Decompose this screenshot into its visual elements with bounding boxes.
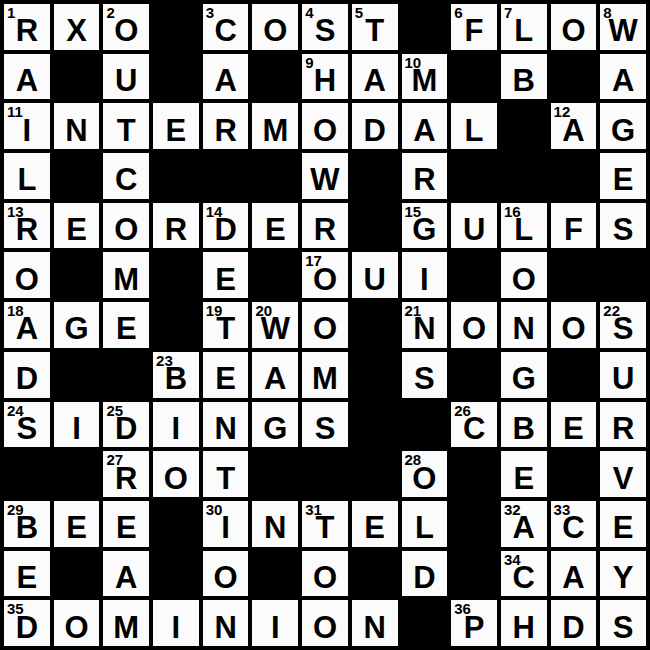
block-cell-r9c5 [250,449,300,499]
cell-letter: W [302,153,348,199]
clue-number: 17 [305,252,322,269]
cell-r7c3[interactable]: 23B [151,350,201,400]
clue-number: 28 [405,451,422,468]
cell-letter: O [252,4,298,50]
cell-r4c1[interactable]: E [52,201,102,251]
clue-number: 25 [106,402,123,419]
cell-letter: E [551,402,597,448]
cell-r4c9[interactable]: U [449,201,499,251]
cell-letter: G [252,402,298,448]
cell-letter: U [600,352,646,398]
cell-r2c11[interactable]: 12A [549,101,599,151]
cell-letter: A [551,551,597,597]
cell-r6c0[interactable]: 18A [2,300,52,350]
cell-letter: I [402,252,448,298]
block-cell-r3c4 [201,151,251,201]
cell-letter: A [402,103,448,149]
cell-letter: O [302,302,348,348]
clue-number: 14 [206,203,223,220]
block-cell-r0c3 [151,2,201,52]
block-cell-r5c12 [598,250,648,300]
cell-letter: O [551,302,597,348]
cell-letter: L [4,153,50,199]
cell-letter: O [103,203,149,249]
cell-letter: T [203,451,249,497]
cell-letter: A [203,54,249,100]
cell-r0c5[interactable]: O [250,2,300,52]
block-cell-r5c1 [52,250,102,300]
cell-letter: R [402,153,448,199]
cell-r12c12[interactable]: S [598,598,648,648]
cell-r4c2[interactable]: O [101,201,151,251]
cell-r7c4[interactable]: E [201,350,251,400]
cell-r1c10[interactable]: B [499,52,549,102]
cell-r9c12[interactable]: V [598,449,648,499]
block-cell-r9c7 [350,449,400,499]
block-cell-r9c1 [52,449,102,499]
cell-letter: M [302,352,348,398]
cell-letter: U [352,252,398,298]
cell-r12c3[interactable]: I [151,598,201,648]
block-cell-r8c7 [350,400,400,450]
cell-r12c9[interactable]: 36P [449,598,499,648]
cell-r10c6[interactable]: 31T [300,499,350,549]
cell-letter: H [501,600,547,646]
cell-r11c12[interactable]: Y [598,549,648,599]
cell-r8c6[interactable]: S [300,400,350,450]
cell-r10c0[interactable]: 29B [2,499,52,549]
cell-letter: O [203,551,249,597]
cell-r6c4[interactable]: 19T [201,300,251,350]
cell-letter: D [551,600,597,646]
cell-letter: N [54,103,100,149]
clue-number: 2 [106,4,114,21]
cell-letter: E [153,103,199,149]
cell-letter: Y [600,551,646,597]
cell-letter: S [600,600,646,646]
cell-r4c3[interactable]: R [151,201,201,251]
cell-r6c5[interactable]: 20W [250,300,300,350]
cell-letter: S [302,402,348,448]
cell-r12c4[interactable]: N [201,598,251,648]
block-cell-r7c9 [449,350,499,400]
cell-r12c1[interactable]: O [52,598,102,648]
cell-letter: A [252,352,298,398]
cell-r1c2[interactable]: U [101,52,151,102]
cell-letter: O [551,4,597,50]
cell-r4c6[interactable]: R [300,201,350,251]
cell-r7c5[interactable]: A [250,350,300,400]
cell-r10c11[interactable]: 33C [549,499,599,549]
cell-r8c11[interactable]: E [549,400,599,450]
block-cell-r11c3 [151,549,201,599]
block-cell-r10c9 [449,499,499,549]
cell-letter: E [54,501,100,547]
block-cell-r9c11 [549,449,599,499]
cell-r8c0[interactable]: 24S [2,400,52,450]
cell-r6c8[interactable]: 21N [400,300,450,350]
cell-letter: A [103,551,149,597]
cell-letter: O [153,451,199,497]
cell-r11c4[interactable]: O [201,549,251,599]
cell-letter: E [501,451,547,497]
block-cell-r1c3 [151,52,201,102]
cell-r6c2[interactable]: E [101,300,151,350]
cell-r5c10[interactable]: O [499,250,549,300]
cell-r0c10[interactable]: 7L [499,2,549,52]
cell-r5c0[interactable]: O [2,250,52,300]
block-cell-r3c7 [350,151,400,201]
cell-r1c6[interactable]: 9H [300,52,350,102]
clue-number: 33 [554,501,571,518]
cell-r12c0[interactable]: 35D [2,598,52,648]
block-cell-r1c11 [549,52,599,102]
clue-number: 9 [305,54,313,71]
clue-number: 6 [454,4,462,21]
clue-number: 19 [206,302,223,319]
cell-r9c4[interactable]: T [201,449,251,499]
clue-number: 16 [504,203,521,220]
cell-r9c2[interactable]: 27R [101,449,151,499]
block-cell-r3c11 [549,151,599,201]
cell-r7c10[interactable]: G [499,350,549,400]
cell-r12c11[interactable]: D [549,598,599,648]
cell-letter: O [302,600,348,646]
cell-letter: E [352,501,398,547]
cell-r1c0[interactable]: A [2,52,52,102]
cell-letter: I [153,600,199,646]
block-cell-r11c1 [52,549,102,599]
clue-number: 31 [305,501,322,518]
cell-r8c1[interactable]: I [52,400,102,450]
cell-letter: L [402,501,448,547]
cell-letter: A [600,54,646,100]
cell-r4c12[interactable]: S [598,201,648,251]
cell-letter: D [352,103,398,149]
cell-letter: M [103,252,149,298]
clue-number: 13 [7,203,24,220]
cell-r0c1[interactable]: X [52,2,102,52]
block-cell-r7c1 [52,350,102,400]
clue-number: 7 [504,4,512,21]
block-cell-r9c0 [2,449,52,499]
cell-r1c12[interactable]: A [598,52,648,102]
cell-r3c12[interactable]: E [598,151,648,201]
cell-letter: D [4,352,50,398]
block-cell-r6c3 [151,300,201,350]
clue-number: 27 [106,451,123,468]
cell-letter: O [4,252,50,298]
block-cell-r3c1 [52,151,102,201]
clue-number: 36 [454,600,471,617]
cell-r0c4[interactable]: 3C [201,2,251,52]
cell-letter: D [402,551,448,597]
cell-r2c5[interactable]: M [250,101,300,151]
cell-r8c3[interactable]: I [151,400,201,450]
clue-number: 22 [603,302,620,319]
cell-letter: R [203,103,249,149]
block-cell-r1c5 [250,52,300,102]
cell-r10c8[interactable]: L [400,499,450,549]
cell-r12c10[interactable]: H [499,598,549,648]
cell-r2c9[interactable]: L [449,101,499,151]
cell-letter: E [103,302,149,348]
cell-letter: T [103,103,149,149]
cell-r0c7[interactable]: 5T [350,2,400,52]
cell-r6c11[interactable]: O [549,300,599,350]
cell-letter: E [4,551,50,597]
cell-r3c0[interactable]: L [2,151,52,201]
clue-number: 20 [255,302,272,319]
cell-letter: E [54,203,100,249]
cell-r1c7[interactable]: A [350,52,400,102]
cell-letter: N [203,600,249,646]
cell-r8c9[interactable]: 26C [449,400,499,450]
cell-r4c4[interactable]: 14D [201,201,251,251]
cell-letter: G [501,352,547,398]
cell-r0c11[interactable]: O [549,2,599,52]
cell-letter: M [103,600,149,646]
cell-r8c2[interactable]: 25D [101,400,151,450]
cell-r5c6[interactable]: 17O [300,250,350,300]
cell-r8c5[interactable]: G [250,400,300,450]
cell-r3c8[interactable]: R [400,151,450,201]
cell-r5c2[interactable]: M [101,250,151,300]
clue-number: 11 [7,103,23,120]
cell-r7c8[interactable]: S [400,350,450,400]
cell-r4c0[interactable]: 13R [2,201,52,251]
block-cell-r0c8 [400,2,450,52]
cell-r5c8[interactable]: I [400,250,450,300]
cell-letter: S [600,203,646,249]
clue-number: 5 [355,4,363,21]
cell-letter: I [153,402,199,448]
block-cell-r10c3 [151,499,201,549]
cell-letter: B [501,54,547,100]
clue-number: 29 [7,501,24,518]
cell-letter: I [252,600,298,646]
cell-r3c6[interactable]: W [300,151,350,201]
cell-r4c11[interactable]: F [549,201,599,251]
cell-r4c5[interactable]: E [250,201,300,251]
cell-r10c5[interactable]: N [250,499,300,549]
clue-number: 30 [206,501,223,518]
cell-letter: R [302,203,348,249]
block-cell-r3c10 [499,151,549,201]
clue-number: 15 [405,203,422,220]
clue-number: 23 [156,352,173,369]
cell-letter: E [203,352,249,398]
cell-r0c12[interactable]: 8W [598,2,648,52]
cell-r1c8[interactable]: 10M [400,52,450,102]
cell-letter: O [54,600,100,646]
clue-number: 1 [7,4,15,21]
cell-r6c10[interactable]: N [499,300,549,350]
cell-r10c2[interactable]: E [101,499,151,549]
cell-letter: N [252,501,298,547]
cell-r2c1[interactable]: N [52,101,102,151]
cell-r4c8[interactable]: 15G [400,201,450,251]
cell-r12c2[interactable]: M [101,598,151,648]
cell-r6c12[interactable]: 22S [598,300,648,350]
cell-letter: O [451,302,497,348]
cell-r5c7[interactable]: U [350,250,400,300]
cell-r6c6[interactable]: O [300,300,350,350]
clue-number: 10 [405,54,422,71]
cell-r9c3[interactable]: O [151,449,201,499]
cell-letter: A [352,54,398,100]
block-cell-r3c3 [151,151,201,201]
block-cell-r1c9 [449,52,499,102]
cell-letter: V [600,451,646,497]
block-cell-r9c9 [449,449,499,499]
cell-r1c4[interactable]: A [201,52,251,102]
cell-r12c5[interactable]: I [250,598,300,648]
cell-letter: L [451,103,497,149]
cell-letter: N [352,600,398,646]
clue-number: 35 [7,600,24,617]
cell-r2c4[interactable]: R [201,101,251,151]
cell-r6c9[interactable]: O [449,300,499,350]
cell-r8c12[interactable]: R [598,400,648,450]
crossword-grid: 1RX2O3CO4S5T6F7LO8WAUA9HA10MBA11INTERMOD… [0,0,650,650]
cell-r2c3[interactable]: E [151,101,201,151]
block-cell-r5c9 [449,250,499,300]
cell-r2c8[interactable]: A [400,101,450,151]
cell-r10c10[interactable]: 32A [499,499,549,549]
block-cell-r3c5 [250,151,300,201]
cell-r10c12[interactable]: E [598,499,648,549]
cell-letter: B [501,402,547,448]
clue-number: 4 [305,4,313,21]
cell-r12c7[interactable]: N [350,598,400,648]
cell-r11c8[interactable]: D [400,549,450,599]
block-cell-r12c8 [400,598,450,648]
cell-letter: C [103,153,149,199]
block-cell-r6c7 [350,300,400,350]
cell-letter: G [54,302,100,348]
cell-r0c6[interactable]: 4S [300,2,350,52]
cell-letter: E [600,501,646,547]
clue-number: 26 [454,402,471,419]
block-cell-r5c3 [151,250,201,300]
block-cell-r11c9 [449,549,499,599]
block-cell-r9c6 [300,449,350,499]
cell-letter: R [600,402,646,448]
clue-number: 18 [7,302,24,319]
cell-r6c1[interactable]: G [52,300,102,350]
cell-r11c6[interactable]: O [300,549,350,599]
cell-letter: M [252,103,298,149]
block-cell-r2c10 [499,101,549,151]
cell-letter: E [103,501,149,547]
cell-letter: X [54,4,100,50]
block-cell-r1c1 [52,52,102,102]
cell-letter: E [203,252,249,298]
cell-letter: S [402,352,448,398]
cell-letter: O [501,252,547,298]
cell-r2c6[interactable]: O [300,101,350,151]
cell-r11c0[interactable]: E [2,549,52,599]
block-cell-r7c7 [350,350,400,400]
cell-r8c4[interactable]: N [201,400,251,450]
block-cell-r7c11 [549,350,599,400]
cell-r9c10[interactable]: E [499,449,549,499]
cell-r2c12[interactable]: G [598,101,648,151]
cell-letter: E [600,153,646,199]
clue-number: 12 [554,103,571,120]
cell-letter: N [203,402,249,448]
cell-letter: A [4,54,50,100]
cell-r11c11[interactable]: A [549,549,599,599]
cell-letter: U [103,54,149,100]
cell-r8c10[interactable]: B [499,400,549,450]
block-cell-r7c2 [101,350,151,400]
cell-r7c12[interactable]: U [598,350,648,400]
block-cell-r5c11 [549,250,599,300]
cell-letter: I [54,402,100,448]
cell-letter: O [302,103,348,149]
cell-r10c1[interactable]: E [52,499,102,549]
clue-number: 24 [7,402,24,419]
cell-r0c2[interactable]: 2O [101,2,151,52]
cell-letter: G [600,103,646,149]
cell-letter: E [252,203,298,249]
cell-r2c0[interactable]: 11I [2,101,52,151]
cell-letter: F [551,203,597,249]
block-cell-r3c9 [449,151,499,201]
clue-number: 32 [504,501,521,518]
block-cell-r8c8 [400,400,450,450]
cell-letter: O [302,551,348,597]
cell-r9c8[interactable]: 28O [400,449,450,499]
cell-r5c4[interactable]: E [201,250,251,300]
cell-r10c7[interactable]: E [350,499,400,549]
cell-r7c0[interactable]: D [2,350,52,400]
cell-r2c7[interactable]: D [350,101,400,151]
cell-r10c4[interactable]: 30I [201,499,251,549]
cell-r0c0[interactable]: 1R [2,2,52,52]
block-cell-r11c5 [250,549,300,599]
cell-r0c9[interactable]: 6F [449,2,499,52]
block-cell-r5c5 [250,250,300,300]
cell-r11c10[interactable]: 34C [499,549,549,599]
cell-letter: U [451,203,497,249]
cell-r11c2[interactable]: A [101,549,151,599]
clue-number: 3 [206,4,214,21]
cell-letter: N [501,302,547,348]
cell-r4c10[interactable]: 16L [499,201,549,251]
block-cell-r11c7 [350,549,400,599]
clue-number: 21 [405,302,422,319]
clue-number: 8 [603,4,611,21]
clue-number: 34 [504,551,521,568]
cell-letter: R [153,203,199,249]
cell-r2c2[interactable]: T [101,101,151,151]
block-cell-r4c7 [350,201,400,251]
cell-r3c2[interactable]: C [101,151,151,201]
cell-r12c6[interactable]: O [300,598,350,648]
cell-r7c6[interactable]: M [300,350,350,400]
